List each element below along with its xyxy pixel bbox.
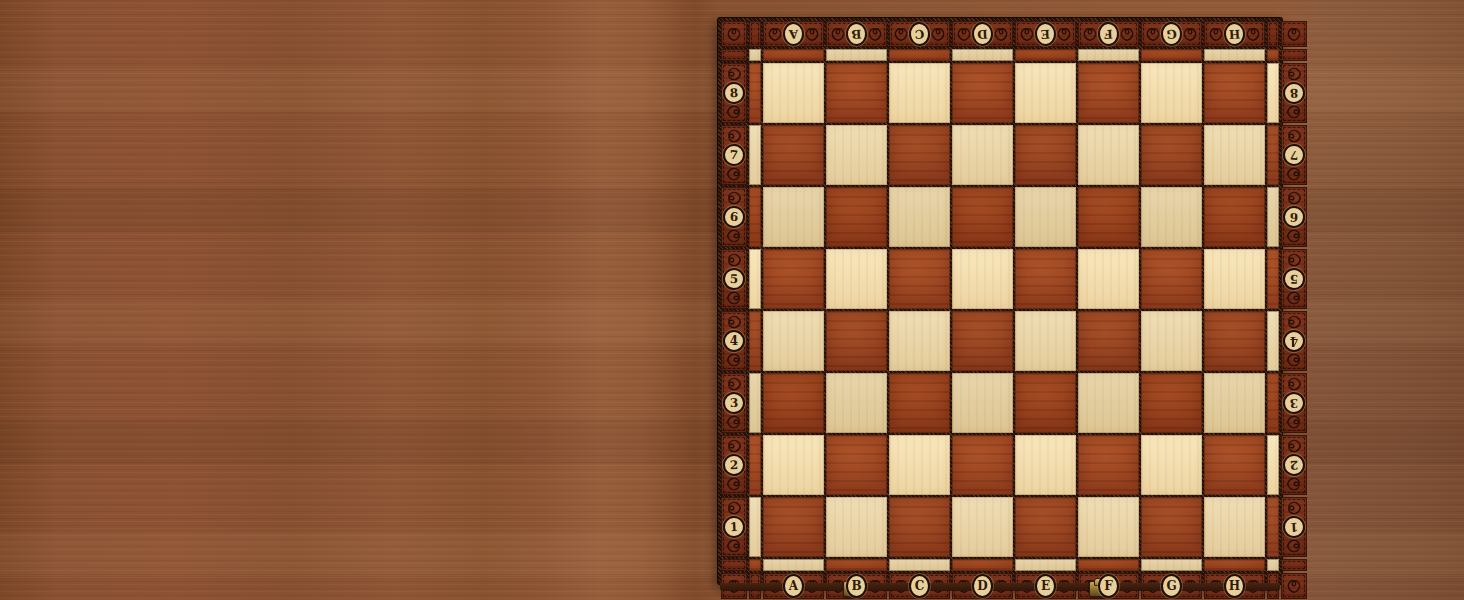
scroll-ornament-icon [1286,104,1302,120]
scroll-ornament-icon [1286,578,1302,594]
rank-label-right-8: 8 [1281,63,1307,123]
scroll-ornament-icon [1119,26,1135,42]
inner-border-strip [826,559,887,571]
square-d8[interactable] [952,63,1013,123]
scroll-ornament-icon [1286,414,1302,430]
rank-label-text: 3 [723,392,745,414]
file-label-text: C [908,21,930,46]
frame-corner [1281,21,1307,47]
scroll-ornament-icon [930,26,946,42]
frame-corner [749,21,761,47]
scroll-ornament-icon [1286,228,1302,244]
square-f2[interactable] [1078,435,1139,495]
scroll-ornament-icon [726,252,742,268]
inner-border-strip [1267,497,1279,557]
rank-label-text: 2 [1283,454,1306,477]
square-h2[interactable] [1204,435,1265,495]
inner-border-strip [749,435,761,495]
scroll-ornament-icon [726,414,742,430]
board-side-edge [720,583,1280,591]
scroll-ornament-icon [1245,26,1261,42]
square-b5[interactable] [826,249,887,309]
square-d2[interactable] [952,435,1013,495]
rank-label-text: 7 [722,143,745,166]
scroll-ornament-icon [1019,26,1035,42]
square-g6[interactable] [1141,187,1202,247]
file-label-text: A [783,574,804,598]
square-c2[interactable] [889,435,950,495]
scroll-ornament-icon [804,26,820,42]
inner-border-strip [1267,435,1279,495]
file-label-text: E [1034,21,1056,46]
file-label-text: H [1223,21,1245,46]
inner-border-strip [889,559,950,571]
file-label-top-d: D [952,21,1013,47]
scroll-ornament-icon [867,26,883,42]
square-a6[interactable] [763,187,824,247]
square-e2[interactable] [1015,435,1076,495]
square-g1[interactable] [1141,497,1202,557]
square-a3[interactable] [763,373,824,433]
scroll-ornament-icon [726,166,742,182]
scroll-ornament-icon [1286,314,1302,330]
square-a2[interactable] [763,435,824,495]
rank-label-left-6: 6 [721,187,747,247]
rank-label-left-4: 4 [721,311,747,371]
rank-label-text: 7 [1282,143,1305,166]
square-a1[interactable] [763,497,824,557]
scroll-ornament-icon [726,476,742,492]
square-a8[interactable] [763,63,824,123]
file-label-text: C [909,574,930,598]
rank-label-text: 2 [723,454,746,477]
square-f3[interactable] [1078,373,1139,433]
scroll-ornament-icon [726,438,742,454]
file-label-top-e: E [1015,21,1076,47]
file-label-top-g: G [1141,21,1202,47]
scroll-ornament-icon [1286,500,1302,516]
file-label-text: B [845,21,867,46]
inner-border-strip [1267,559,1279,571]
rank-label-left-1: 1 [721,497,747,557]
rank-label-right-1: 1 [1281,497,1307,557]
scroll-ornament-icon [893,26,909,42]
scroll-ornament-icon [726,26,742,42]
file-label-text: A [782,21,804,46]
square-d7[interactable] [952,125,1013,185]
rank-label-text: 6 [723,206,746,229]
file-label-text: H [1224,574,1245,598]
inner-border-strip [952,559,1013,571]
file-label-top-b: B [826,21,887,47]
square-e3[interactable] [1015,373,1076,433]
rank-label-left-8: 8 [721,63,747,123]
square-b1[interactable] [826,497,887,557]
scroll-ornament-icon [1182,26,1198,42]
square-g5[interactable] [1141,249,1202,309]
rank-label-right-3: 3 [1281,373,1307,433]
square-h3[interactable] [1204,373,1265,433]
inner-border-strip [1267,63,1279,123]
scroll-ornament-icon [1286,352,1302,368]
scroll-ornament-icon [1286,438,1302,454]
rank-label-right-4: 4 [1281,311,1307,371]
rank-label-text: 1 [722,515,745,538]
square-b2[interactable] [826,435,887,495]
scroll-ornament-icon [1286,476,1302,492]
file-label-text: D [972,574,993,598]
rank-label-text: 4 [723,330,745,352]
rank-label-text: 3 [1283,392,1305,414]
inner-border-strip [1204,559,1265,571]
inner-border-strip [1141,559,1202,571]
inner-border-strip [749,373,761,433]
scroll-ornament-icon [726,104,742,120]
square-h8[interactable] [1204,63,1265,123]
file-label-top-f: F [1078,21,1139,47]
file-label-text: F [1097,21,1119,46]
inner-border-strip [1078,559,1139,571]
rank-label-text: 4 [1283,330,1305,352]
square-e1[interactable] [1015,497,1076,557]
inner-border-strip [1204,49,1265,61]
square-h5[interactable] [1204,249,1265,309]
inner-border-strip [889,49,950,61]
rank-label-right-2: 2 [1281,435,1307,495]
square-h4[interactable] [1204,311,1265,371]
inner-border-strip [749,187,761,247]
square-h6[interactable] [1204,187,1265,247]
square-b3[interactable] [826,373,887,433]
square-f7[interactable] [1078,125,1139,185]
chess-board: A B C D E F G H [718,18,1282,584]
square-c8[interactable] [889,63,950,123]
scroll-ornament-icon [1286,538,1302,554]
frame-corner [721,559,747,571]
inner-border-strip [1267,49,1279,61]
file-label-text: F [1098,574,1119,598]
square-c5[interactable] [889,249,950,309]
square-d3[interactable] [952,373,1013,433]
rank-label-right-6: 6 [1281,187,1307,247]
scroll-ornament-icon [767,26,783,42]
rank-label-text: 5 [1283,268,1305,290]
inner-border-strip [1267,125,1279,185]
scroll-ornament-icon [1286,128,1302,144]
square-h7[interactable] [1204,125,1265,185]
square-g8[interactable] [1141,63,1202,123]
square-f4[interactable] [1078,311,1139,371]
inner-border-strip [1267,311,1279,371]
file-label-top-a: A [763,21,824,47]
square-d6[interactable] [952,187,1013,247]
inner-border-strip [1015,559,1076,571]
inner-border-strip [763,49,824,61]
square-e8[interactable] [1015,63,1076,123]
scroll-ornament-icon [726,66,742,82]
scroll-ornament-icon [726,228,742,244]
scroll-ornament-icon [1286,66,1302,82]
frame-corner [1281,49,1307,61]
square-f1[interactable] [1078,497,1139,557]
scroll-ornament-icon [1286,290,1302,306]
scroll-ornament-icon [1208,26,1224,42]
square-c6[interactable] [889,187,950,247]
scroll-ornament-icon [726,128,742,144]
inner-border-strip [952,49,1013,61]
scroll-ornament-icon [1286,26,1302,42]
scroll-ornament-icon [993,26,1009,42]
square-d4[interactable] [952,311,1013,371]
frame-corner [721,49,747,61]
scroll-ornament-icon [1286,252,1302,268]
square-b6[interactable] [826,187,887,247]
square-b4[interactable] [826,311,887,371]
inner-border-strip [1267,187,1279,247]
inner-border-strip [749,249,761,309]
rank-label-text: 8 [1282,81,1305,104]
rank-label-left-5: 5 [721,249,747,309]
square-d5[interactable] [952,249,1013,309]
square-h1[interactable] [1204,497,1265,557]
inner-border-strip [749,497,761,557]
scroll-ornament-icon [726,500,742,516]
rank-label-left-7: 7 [721,125,747,185]
file-label-text: G [1160,21,1182,46]
square-e6[interactable] [1015,187,1076,247]
file-label-text: D [971,21,993,46]
inner-border-strip [763,559,824,571]
frame-corner [1267,21,1279,47]
rank-label-right-5: 5 [1281,249,1307,309]
scroll-ornament-icon [726,290,742,306]
inner-border-strip [749,311,761,371]
rank-label-left-3: 3 [721,373,747,433]
square-f5[interactable] [1078,249,1139,309]
square-c3[interactable] [889,373,950,433]
square-f6[interactable] [1078,187,1139,247]
inner-border-strip [1015,49,1076,61]
file-label-text: G [1161,574,1182,598]
square-a5[interactable] [763,249,824,309]
square-a4[interactable] [763,311,824,371]
rank-label-left-2: 2 [721,435,747,495]
frame-corner [1281,559,1307,571]
square-d1[interactable] [952,497,1013,557]
scroll-ornament-icon [1286,190,1302,206]
inner-border-strip [1141,49,1202,61]
square-b7[interactable] [826,125,887,185]
file-label-top-c: C [889,21,950,47]
rank-label-right-7: 7 [1281,125,1307,185]
square-f8[interactable] [1078,63,1139,123]
square-g3[interactable] [1141,373,1202,433]
scroll-ornament-icon [956,26,972,42]
rank-label-text: 8 [722,81,745,104]
square-c1[interactable] [889,497,950,557]
rank-label-text: 6 [1283,206,1306,229]
square-c7[interactable] [889,125,950,185]
inner-border-strip [749,125,761,185]
square-b8[interactable] [826,63,887,123]
square-g4[interactable] [1141,311,1202,371]
square-c4[interactable] [889,311,950,371]
scroll-ornament-icon [726,190,742,206]
scroll-ornament-icon [726,314,742,330]
scroll-ornament-icon [726,376,742,392]
scroll-ornament-icon [726,352,742,368]
file-label-text: B [846,574,867,598]
scroll-ornament-icon [1082,26,1098,42]
file-label-text: E [1035,574,1056,598]
rank-label-text: 5 [723,268,745,290]
inner-border-strip [749,49,761,61]
scroll-ornament-icon [830,26,846,42]
inner-border-strip [1267,373,1279,433]
scroll-ornament-icon [1286,166,1302,182]
frame-corner [721,21,747,47]
square-e5[interactable] [1015,249,1076,309]
inner-border-strip [826,49,887,61]
square-a7[interactable] [763,125,824,185]
file-label-top-h: H [1204,21,1265,47]
square-g2[interactable] [1141,435,1202,495]
inner-border-strip [749,63,761,123]
inner-border-strip [1267,249,1279,309]
square-e4[interactable] [1015,311,1076,371]
scroll-ornament-icon [1145,26,1161,42]
square-g7[interactable] [1141,125,1202,185]
scroll-ornament-icon [726,538,742,554]
frame-corner [1281,573,1307,599]
square-e7[interactable] [1015,125,1076,185]
table-surface: A B C D E F G H [0,0,1464,600]
scroll-ornament-icon [1286,376,1302,392]
scroll-ornament-icon [1056,26,1072,42]
inner-border-strip [1078,49,1139,61]
rank-label-text: 1 [1282,515,1305,538]
inner-border-strip [749,559,761,571]
